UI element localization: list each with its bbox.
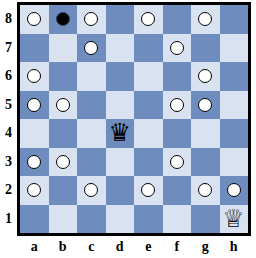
square-e4[interactable] xyxy=(134,119,163,148)
rank-label-7: 7 xyxy=(0,34,17,63)
file-label-f: f xyxy=(163,238,192,256)
square-c6[interactable] xyxy=(77,62,106,91)
white-dot[interactable] xyxy=(198,183,212,197)
white-dot[interactable] xyxy=(84,12,98,26)
square-h6[interactable] xyxy=(220,62,249,91)
square-g3[interactable] xyxy=(191,148,220,177)
square-d1[interactable] xyxy=(106,205,135,234)
square-d5[interactable] xyxy=(106,91,135,120)
file-labels-row: abcdefgh xyxy=(20,238,248,256)
square-e1[interactable] xyxy=(134,205,163,234)
white-dot[interactable] xyxy=(84,41,98,55)
square-a7[interactable] xyxy=(20,34,49,63)
file-label-h: h xyxy=(220,238,249,256)
square-g8[interactable] xyxy=(191,5,220,34)
square-d8[interactable] xyxy=(106,5,135,34)
black-dot[interactable] xyxy=(56,12,70,26)
square-e7[interactable] xyxy=(134,34,163,63)
rank-labels-column: 87654321 xyxy=(0,5,17,233)
square-a8[interactable] xyxy=(20,5,49,34)
white-dot[interactable] xyxy=(27,155,41,169)
white-dot[interactable] xyxy=(56,98,70,112)
rank-label-5: 5 xyxy=(0,91,17,120)
white-dot[interactable] xyxy=(27,183,41,197)
square-g7[interactable] xyxy=(191,34,220,63)
square-g5[interactable] xyxy=(191,91,220,120)
white-dot[interactable] xyxy=(170,155,184,169)
square-e3[interactable] xyxy=(134,148,163,177)
square-d6[interactable] xyxy=(106,62,135,91)
square-g2[interactable] xyxy=(191,176,220,205)
square-g4[interactable] xyxy=(191,119,220,148)
white-dot[interactable] xyxy=(27,98,41,112)
square-a6[interactable] xyxy=(20,62,49,91)
square-d2[interactable] xyxy=(106,176,135,205)
square-h8[interactable] xyxy=(220,5,249,34)
square-g6[interactable] xyxy=(191,62,220,91)
square-b3[interactable] xyxy=(49,148,78,177)
square-f6[interactable] xyxy=(163,62,192,91)
square-h1[interactable]: ♕ xyxy=(220,205,249,234)
white-dot[interactable] xyxy=(27,69,41,83)
white-dot[interactable] xyxy=(170,98,184,112)
rank-label-4: 4 xyxy=(0,119,17,148)
white-queen-piece[interactable]: ♕ xyxy=(223,205,245,233)
white-dot[interactable] xyxy=(141,12,155,26)
square-e2[interactable] xyxy=(134,176,163,205)
square-c7[interactable] xyxy=(77,34,106,63)
square-h5[interactable] xyxy=(220,91,249,120)
black-queen-piece[interactable]: ♛ xyxy=(109,119,131,147)
square-h7[interactable] xyxy=(220,34,249,63)
white-dot[interactable] xyxy=(141,183,155,197)
rank-label-3: 3 xyxy=(0,148,17,177)
square-c8[interactable] xyxy=(77,5,106,34)
square-h2[interactable] xyxy=(220,176,249,205)
file-label-a: a xyxy=(20,238,49,256)
square-f4[interactable] xyxy=(163,119,192,148)
square-f1[interactable] xyxy=(163,205,192,234)
square-d4[interactable]: ♛ xyxy=(106,119,135,148)
rank-label-6: 6 xyxy=(0,62,17,91)
square-b4[interactable] xyxy=(49,119,78,148)
square-c3[interactable] xyxy=(77,148,106,177)
file-label-e: e xyxy=(134,238,163,256)
square-f7[interactable] xyxy=(163,34,192,63)
square-f5[interactable] xyxy=(163,91,192,120)
rank-label-2: 2 xyxy=(0,176,17,205)
square-g1[interactable] xyxy=(191,205,220,234)
file-label-b: b xyxy=(49,238,78,256)
square-a2[interactable] xyxy=(20,176,49,205)
white-dot[interactable] xyxy=(227,183,241,197)
square-f8[interactable] xyxy=(163,5,192,34)
file-label-g: g xyxy=(191,238,220,256)
square-c1[interactable] xyxy=(77,205,106,234)
square-f2[interactable] xyxy=(163,176,192,205)
board-frame: ♛♕ xyxy=(17,2,251,236)
square-b7[interactable] xyxy=(49,34,78,63)
file-label-d: d xyxy=(106,238,135,256)
square-b1[interactable] xyxy=(49,205,78,234)
rank-label-8: 8 xyxy=(0,5,17,34)
square-b2[interactable] xyxy=(49,176,78,205)
square-e8[interactable] xyxy=(134,5,163,34)
chess-board[interactable]: ♛♕ xyxy=(20,5,248,233)
file-label-c: c xyxy=(77,238,106,256)
square-d3[interactable] xyxy=(106,148,135,177)
square-c4[interactable] xyxy=(77,119,106,148)
white-dot[interactable] xyxy=(198,69,212,83)
square-a1[interactable] xyxy=(20,205,49,234)
square-e5[interactable] xyxy=(134,91,163,120)
square-h4[interactable] xyxy=(220,119,249,148)
white-dot[interactable] xyxy=(84,183,98,197)
square-b5[interactable] xyxy=(49,91,78,120)
square-c5[interactable] xyxy=(77,91,106,120)
square-f3[interactable] xyxy=(163,148,192,177)
square-e6[interactable] xyxy=(134,62,163,91)
white-dot[interactable] xyxy=(56,155,70,169)
square-h3[interactable] xyxy=(220,148,249,177)
white-dot[interactable] xyxy=(198,12,212,26)
square-b6[interactable] xyxy=(49,62,78,91)
square-d7[interactable] xyxy=(106,34,135,63)
square-a3[interactable] xyxy=(20,148,49,177)
square-c2[interactable] xyxy=(77,176,106,205)
square-a4[interactable] xyxy=(20,119,49,148)
square-a5[interactable] xyxy=(20,91,49,120)
white-dot[interactable] xyxy=(27,12,41,26)
square-b8[interactable] xyxy=(49,5,78,34)
rank-label-1: 1 xyxy=(0,205,17,234)
white-dot[interactable] xyxy=(170,41,184,55)
white-dot[interactable] xyxy=(198,98,212,112)
